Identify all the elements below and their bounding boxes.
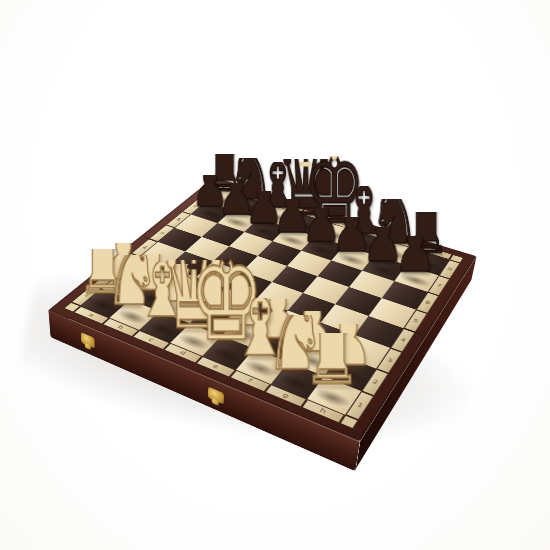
chess-piece-glyph: ♜ <box>287 304 378 398</box>
finial-dot <box>332 153 338 159</box>
finial-dot <box>223 255 230 263</box>
product-photo-stage: abcdefgh8♜♞♝♛♚♝♞♜87♟♟♟♟♟♟♟♟7665544332♟♟♟… <box>0 0 550 550</box>
piece-black-pawn-h7[interactable]: ♟ <box>370 236 460 280</box>
piece-white-rook-h1[interactable]: ♜ <box>279 334 386 398</box>
chess-piece-glyph: ♟ <box>377 213 453 280</box>
brass-clasp-icon <box>81 332 95 349</box>
brass-clasp-icon <box>208 386 224 404</box>
